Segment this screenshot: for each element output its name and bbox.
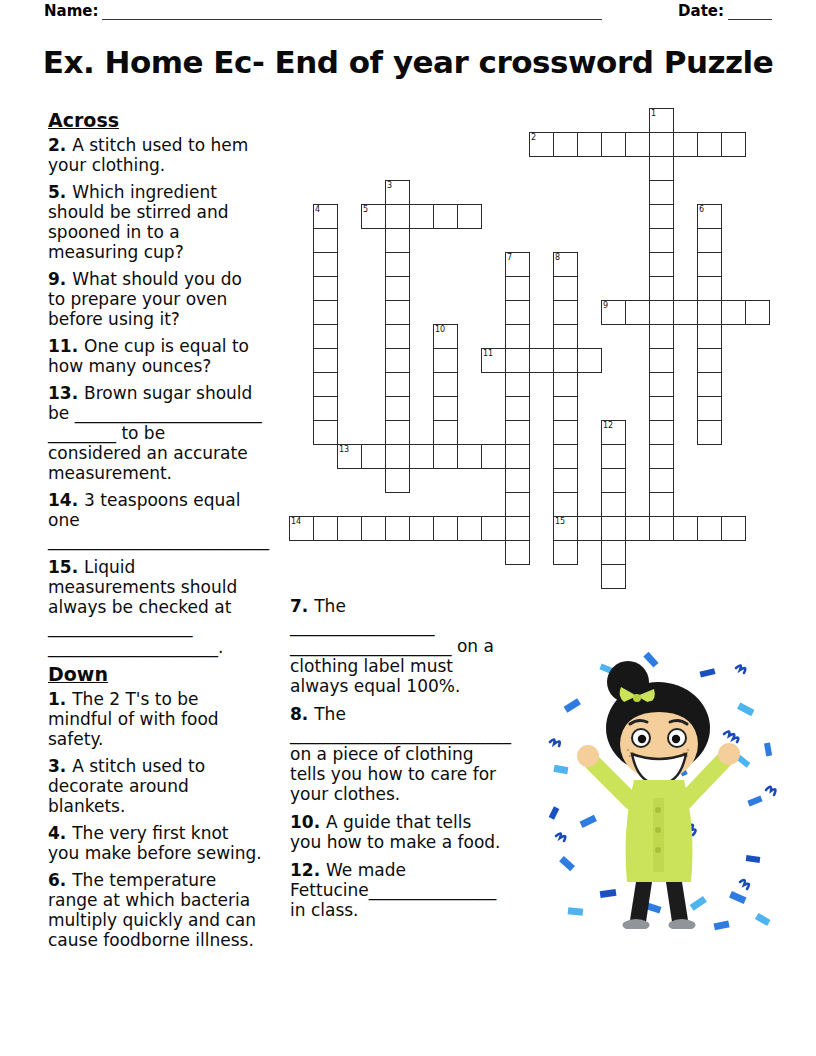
grid-cell[interactable] — [673, 132, 698, 157]
clue-line: multiply quickly and can — [48, 910, 288, 930]
grid-cell[interactable] — [697, 516, 722, 541]
clue-number-label: 7. — [290, 596, 314, 616]
clue-line: Fettucine_______________ — [290, 880, 534, 900]
across-clue-2: 2. A stitch used to hemyour clothing. — [48, 135, 288, 175]
grid-cell[interactable] — [409, 204, 434, 229]
down-clue-10: 10. A guide that tellsyou how to make a … — [290, 812, 534, 852]
grid-cell[interactable] — [697, 396, 722, 421]
grid-cell[interactable] — [313, 300, 338, 325]
clue-line: always be checked at — [48, 597, 288, 617]
clue-line: one — [48, 510, 288, 530]
worksheet-header: Name: Date: — [44, 2, 772, 20]
down-clue-6: 6. The temperaturerange at which bacteri… — [48, 870, 288, 950]
grid-cell[interactable] — [433, 444, 458, 469]
grid-cell[interactable] — [385, 300, 410, 325]
clue-line: in class. — [290, 900, 534, 920]
page-title: Ex. Home Ec- End of year crossword Puzzl… — [0, 44, 816, 80]
celebration-girl-svg — [540, 650, 778, 938]
grid-cell[interactable]: 11 — [481, 348, 506, 373]
grid-cell[interactable] — [457, 516, 482, 541]
clue-number-8: 8 — [555, 253, 560, 262]
grid-cell[interactable] — [385, 444, 410, 469]
grid-cell[interactable] — [649, 492, 674, 517]
grid-cell[interactable] — [649, 252, 674, 277]
clue-number-label: 2. — [48, 135, 72, 155]
grid-cell[interactable] — [697, 300, 722, 325]
clue-line: clothing label must — [290, 656, 534, 676]
grid-cell[interactable] — [553, 348, 578, 373]
grid-cell[interactable] — [385, 348, 410, 373]
grid-cell[interactable]: 2 — [529, 132, 554, 157]
clue-line: 10. A guide that tells — [290, 812, 534, 832]
grid-cell[interactable] — [625, 516, 650, 541]
clue-line: to prepare your oven — [48, 289, 288, 309]
clue-number-label: 14. — [48, 490, 84, 510]
clue-number-1: 1 — [651, 109, 656, 118]
grid-cell[interactable] — [601, 540, 626, 565]
across-clue-14: 14. 3 teaspoons equalone________________… — [48, 490, 288, 550]
clue-line: _________________ — [48, 617, 288, 637]
grid-cell[interactable]: 8 — [553, 252, 578, 277]
grid-cell[interactable]: 6 — [697, 204, 722, 229]
grid-cell[interactable]: 3 — [385, 180, 410, 205]
grid-cell[interactable] — [697, 132, 722, 157]
grid-cell[interactable] — [337, 516, 362, 541]
clue-line: be ______________________ — [48, 403, 288, 423]
grid-cell[interactable] — [553, 396, 578, 421]
grid-cell[interactable] — [721, 516, 746, 541]
grid-cell[interactable] — [649, 180, 674, 205]
grid-cell[interactable] — [601, 444, 626, 469]
grid-cell[interactable] — [313, 396, 338, 421]
grid-cell[interactable] — [553, 132, 578, 157]
grid-cell[interactable] — [577, 516, 602, 541]
grid-cell[interactable] — [409, 444, 434, 469]
clue-line: decorate around — [48, 776, 288, 796]
clue-line: ___________________ on a — [290, 636, 534, 656]
clue-line: 14. 3 teaspoons equal — [48, 490, 288, 510]
grid-cell[interactable] — [577, 348, 602, 373]
clue-line: how many ounces? — [48, 356, 288, 376]
clue-number-9: 9 — [603, 301, 608, 310]
grid-cell[interactable] — [673, 516, 698, 541]
grid-cell[interactable] — [649, 276, 674, 301]
grid-cell[interactable] — [433, 420, 458, 445]
clue-number-label: 1. — [48, 689, 72, 709]
crossword-grid: 123456789101112131415 — [289, 108, 794, 613]
clue-line: mindful of with food — [48, 709, 288, 729]
grid-cell[interactable] — [697, 228, 722, 253]
grid-cell[interactable] — [313, 516, 338, 541]
grid-cell[interactable] — [649, 300, 674, 325]
grid-cell[interactable]: 4 — [313, 204, 338, 229]
grid-cell[interactable]: 15 — [553, 516, 578, 541]
grid-cell[interactable] — [649, 132, 674, 157]
clue-line: 4. The very first knot — [48, 823, 288, 843]
clue-number-15: 15 — [555, 517, 565, 526]
clue-number-11: 11 — [483, 349, 493, 358]
grid-cell[interactable] — [313, 348, 338, 373]
grid-cell[interactable] — [553, 300, 578, 325]
clue-number-label: 6. — [48, 870, 72, 890]
grid-cell[interactable] — [649, 468, 674, 493]
grid-cell[interactable]: 12 — [601, 420, 626, 445]
clue-number-label: 13. — [48, 383, 84, 403]
clue-line: considered an accurate — [48, 443, 288, 463]
grid-cell[interactable] — [649, 348, 674, 373]
clue-line: you make before sewing. — [48, 843, 288, 863]
clue-number-label: 9. — [48, 269, 72, 289]
clue-number-4: 4 — [315, 205, 320, 214]
grid-cell[interactable] — [409, 516, 434, 541]
grid-cell[interactable] — [385, 420, 410, 445]
grid-cell[interactable] — [481, 516, 506, 541]
clue-number-label: 4. — [48, 823, 72, 843]
clue-line: you how to make a food. — [290, 832, 534, 852]
down-clue-8: 8. The__________________________on a pie… — [290, 704, 534, 804]
grid-cell[interactable] — [553, 276, 578, 301]
left-leg — [630, 882, 652, 922]
clue-line: 3. A stitch used to — [48, 756, 288, 776]
clues-column-left: Across2. A stitch used to hemyour clothi… — [48, 110, 288, 957]
clue-number-label: 5. — [48, 182, 72, 202]
clue-number-label: 15. — [48, 557, 84, 577]
grid-cell[interactable]: 1 — [649, 108, 674, 133]
clue-line: 9. What should you do — [48, 269, 288, 289]
grid-cell[interactable] — [505, 348, 530, 373]
grid-cell[interactable] — [481, 444, 506, 469]
grid-cell[interactable]: 9 — [601, 300, 626, 325]
grid-cell[interactable] — [577, 132, 602, 157]
grid-cell[interactable] — [553, 540, 578, 565]
grid-cell[interactable] — [553, 444, 578, 469]
grid-cell[interactable] — [385, 324, 410, 349]
grid-cell[interactable] — [433, 396, 458, 421]
grid-cell[interactable] — [385, 228, 410, 253]
grid-cell[interactable] — [721, 300, 746, 325]
clue-line: on a piece of clothing — [290, 744, 534, 764]
clue-line: __________________________ — [48, 530, 288, 550]
across-clue-5: 5. Which ingredientshould be stirred and… — [48, 182, 288, 262]
across-heading: Across — [48, 110, 288, 130]
clue-line: 12. We made — [290, 860, 534, 880]
right-hand — [718, 743, 740, 765]
across-clue-13: 13. Brown sugar shouldbe _______________… — [48, 383, 288, 483]
clue-number-10: 10 — [435, 325, 445, 334]
clue-line: cause foodborne illness. — [48, 930, 288, 950]
grid-cell[interactable] — [313, 372, 338, 397]
grid-cell[interactable] — [721, 132, 746, 157]
clue-number-label: 12. — [290, 860, 326, 880]
clue-number-3: 3 — [387, 181, 392, 190]
clue-line: before using it? — [48, 309, 288, 329]
grid-cell[interactable]: 10 — [433, 324, 458, 349]
grid-cell[interactable] — [505, 276, 530, 301]
clue-number-13: 13 — [339, 445, 349, 454]
grid-cell[interactable] — [433, 204, 458, 229]
clue-number-2: 2 — [531, 133, 536, 142]
clue-line: 6. The temperature — [48, 870, 288, 890]
down-clue-12: 12. We madeFettucine_______________in cl… — [290, 860, 534, 920]
right-leg — [666, 882, 688, 922]
grid-cell[interactable] — [745, 300, 770, 325]
clue-number-label: 10. — [290, 812, 326, 832]
name-label: Name: — [44, 2, 98, 20]
grid-cell[interactable] — [385, 372, 410, 397]
grid-cell[interactable] — [697, 324, 722, 349]
across-clue-15: 15. Liquidmeasurements shouldalways be c… — [48, 557, 288, 657]
grid-cell[interactable] — [457, 204, 482, 229]
grid-cell[interactable] — [385, 276, 410, 301]
grid-cell[interactable] — [313, 252, 338, 277]
grid-cell[interactable] — [553, 420, 578, 445]
grid-cell[interactable] — [361, 444, 386, 469]
clue-line: measuring cup? — [48, 242, 288, 262]
grid-cell[interactable] — [433, 372, 458, 397]
grid-cell[interactable]: 13 — [337, 444, 362, 469]
down-clue-3: 3. A stitch used todecorate aroundblanke… — [48, 756, 288, 816]
grid-cell[interactable] — [649, 372, 674, 397]
clue-number-14: 14 — [291, 517, 301, 526]
clue-line: 15. Liquid — [48, 557, 288, 577]
clue-number-6: 6 — [699, 205, 704, 214]
grid-cell[interactable] — [673, 300, 698, 325]
down-clue-4: 4. The very first knotyou make before se… — [48, 823, 288, 863]
grid-cell[interactable] — [601, 132, 626, 157]
clue-line: 1. The 2 T's to be — [48, 689, 288, 709]
grid-cell[interactable] — [505, 372, 530, 397]
clue-line: measurements should — [48, 577, 288, 597]
grid-cell[interactable] — [457, 444, 482, 469]
clue-line: 7. The — [290, 596, 534, 616]
grid-cell[interactable] — [505, 444, 530, 469]
grid-cell[interactable] — [601, 564, 626, 589]
left-hand — [577, 745, 599, 767]
grid-cell[interactable] — [697, 276, 722, 301]
clue-number-5: 5 — [363, 205, 368, 214]
grid-cell[interactable] — [385, 204, 410, 229]
clue-line: spooned in to a — [48, 222, 288, 242]
clue-number-12: 12 — [603, 421, 613, 430]
grid-cell[interactable] — [625, 300, 650, 325]
across-clue-11: 11. One cup is equal tohow many ounces? — [48, 336, 288, 376]
grid-cell[interactable] — [649, 444, 674, 469]
name-input-blank[interactable] — [102, 5, 602, 20]
girl-figure — [577, 661, 740, 929]
grid-cell[interactable]: 7 — [505, 252, 530, 277]
across-clue-9: 9. What should you doto prepare your ove… — [48, 269, 288, 329]
grid-cell[interactable] — [313, 228, 338, 253]
grid-cell[interactable] — [385, 396, 410, 421]
grid-cell[interactable] — [649, 156, 674, 181]
celebration-girl-illustration — [540, 650, 778, 938]
grid-cell[interactable] — [505, 324, 530, 349]
down-clue-7: 7. The__________________________________… — [290, 596, 534, 696]
grid-cell[interactable] — [601, 492, 626, 517]
grid-cell[interactable] — [505, 492, 530, 517]
clue-line: measurement. — [48, 463, 288, 483]
clue-line: 2. A stitch used to hem — [48, 135, 288, 155]
grid-cell[interactable] — [505, 396, 530, 421]
date-label: Date: — [678, 2, 724, 20]
grid-cell[interactable] — [697, 420, 722, 445]
clue-line: safety. — [48, 729, 288, 749]
grid-cell[interactable] — [505, 300, 530, 325]
clue-line: 11. One cup is equal to — [48, 336, 288, 356]
clues-column-middle: 7. The__________________________________… — [290, 596, 534, 928]
down-heading: Down — [48, 664, 288, 684]
grid-cell[interactable] — [553, 492, 578, 517]
clue-number-7: 7 — [507, 253, 512, 262]
clue-line: always equal 100%. — [290, 676, 534, 696]
grid-cell[interactable] — [649, 420, 674, 445]
clue-line: your clothes. — [290, 784, 534, 804]
grid-cell[interactable] — [385, 516, 410, 541]
grid-cell[interactable] — [505, 420, 530, 445]
grid-cell[interactable] — [553, 372, 578, 397]
clue-line: _________________ — [290, 616, 534, 636]
clue-line: should be stirred and — [48, 202, 288, 222]
grid-cell[interactable] — [529, 348, 554, 373]
down-clue-1: 1. The 2 T's to bemindful of with foodsa… — [48, 689, 288, 749]
clue-number-label: 11. — [48, 336, 84, 356]
grid-cell[interactable] — [433, 348, 458, 373]
clue-line: ____________________. — [48, 637, 288, 657]
clue-number-label: 8. — [290, 704, 314, 724]
grid-cell[interactable] — [433, 516, 458, 541]
grid-cell[interactable] — [553, 468, 578, 493]
clue-line: 5. Which ingredient — [48, 182, 288, 202]
smile — [632, 754, 686, 784]
grid-cell[interactable] — [313, 276, 338, 301]
grid-cell[interactable] — [385, 252, 410, 277]
clue-number-label: 3. — [48, 756, 72, 776]
clue-line: 8. The — [290, 704, 534, 724]
grid-cell[interactable]: 5 — [361, 204, 386, 229]
grid-cell[interactable] — [505, 540, 530, 565]
clue-line: your clothing. — [48, 155, 288, 175]
date-input-blank[interactable] — [728, 5, 772, 20]
clue-line: blankets. — [48, 796, 288, 816]
clue-line: tells you how to care for — [290, 764, 534, 784]
grid-cell[interactable] — [385, 468, 410, 493]
grid-cell[interactable] — [697, 348, 722, 373]
grid-cell[interactable] — [601, 468, 626, 493]
grid-cell[interactable] — [649, 228, 674, 253]
grid-cell[interactable] — [505, 516, 530, 541]
clue-line: ________ to be — [48, 423, 288, 443]
grid-cell[interactable] — [313, 324, 338, 349]
grid-cell[interactable] — [649, 396, 674, 421]
grid-cell[interactable] — [625, 132, 650, 157]
grid-cell[interactable] — [313, 420, 338, 445]
grid-cell[interactable] — [697, 252, 722, 277]
clue-line: __________________________ — [290, 724, 534, 744]
grid-cell[interactable] — [505, 468, 530, 493]
grid-cell[interactable] — [649, 516, 674, 541]
clue-line: range at which bacteria — [48, 890, 288, 910]
grid-cell[interactable]: 14 — [289, 516, 314, 541]
grid-cell[interactable] — [649, 204, 674, 229]
grid-cell[interactable] — [601, 516, 626, 541]
clue-line: 13. Brown sugar should — [48, 383, 288, 403]
grid-cell[interactable] — [649, 324, 674, 349]
grid-cell[interactable] — [697, 372, 722, 397]
grid-cell[interactable] — [361, 516, 386, 541]
grid-cell[interactable] — [553, 324, 578, 349]
